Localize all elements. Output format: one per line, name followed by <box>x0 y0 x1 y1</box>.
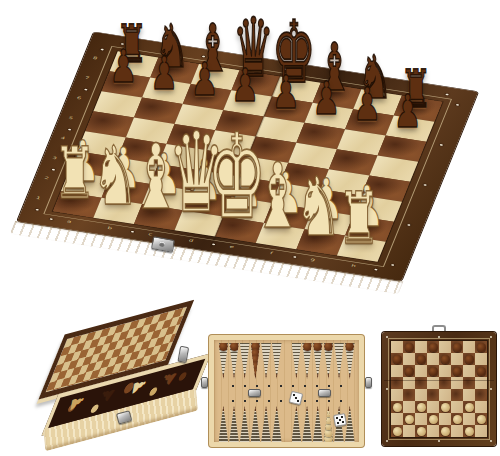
checkers-square <box>427 389 439 401</box>
hinge-icon <box>248 389 261 397</box>
checker-brown <box>303 342 312 351</box>
backgammon-point <box>261 343 271 379</box>
checkers-square <box>415 365 427 377</box>
rank-label: 7 <box>84 76 90 80</box>
checker-dark <box>393 355 402 364</box>
screw-dot <box>121 43 125 45</box>
backgammon-point <box>292 406 302 442</box>
screw-dot <box>131 231 135 233</box>
checkers-square <box>415 341 427 353</box>
screw-dot <box>445 93 449 95</box>
checker-brown <box>251 368 260 377</box>
file-label: e <box>229 245 235 249</box>
checkers-square <box>391 341 403 353</box>
rank-label: 8 <box>92 56 98 60</box>
checker-dark <box>453 367 462 376</box>
checker-light <box>405 415 414 424</box>
thumb-folded-box: ♟♟♟♟ <box>14 324 198 454</box>
checkers-square <box>475 365 487 377</box>
side-latch-icon <box>201 377 208 388</box>
screw-dot <box>52 169 56 171</box>
checkers-square <box>463 425 475 437</box>
screw-dot <box>100 49 104 51</box>
rank-label: 3 <box>52 156 58 160</box>
checkers-grid <box>391 341 487 437</box>
backgammon-point <box>261 406 271 442</box>
backgammon-point <box>324 406 334 442</box>
checkers-square <box>463 353 475 365</box>
checker-light <box>393 403 402 412</box>
screw-dot <box>68 129 72 131</box>
center-bar <box>282 406 291 442</box>
checkers-square <box>391 413 403 425</box>
stored-piece: ♟ <box>96 384 119 405</box>
screw-dot <box>35 209 39 211</box>
checker-dark <box>477 343 486 352</box>
checkers-square <box>475 413 487 425</box>
checkers-square <box>451 413 463 425</box>
checkers-square <box>415 389 427 401</box>
screw-dot <box>391 264 395 266</box>
screw-dot <box>364 81 368 83</box>
checker-dark <box>429 367 438 376</box>
backgammon-box <box>209 335 364 447</box>
checkers-square <box>391 425 403 437</box>
checker-light <box>465 403 474 412</box>
checkers-square <box>427 365 439 377</box>
backgammon-point <box>272 406 282 442</box>
screw-dot <box>374 269 378 271</box>
file-label: c <box>148 233 153 237</box>
checker-dark <box>429 343 438 352</box>
thumb-backgammon <box>199 319 374 453</box>
checkers-square <box>427 401 439 413</box>
file-label: f <box>269 251 273 255</box>
hinge-icon <box>318 389 331 397</box>
checkers-square <box>439 365 451 377</box>
checker-dark <box>405 367 414 376</box>
screw-dot <box>407 224 411 226</box>
checkers-square <box>451 353 463 365</box>
checkers-square <box>391 401 403 413</box>
main-chessboard: 8a7b6c5d4e3f2g1h <box>17 32 478 281</box>
checkers-square <box>403 389 415 401</box>
backgammon-point <box>292 343 302 379</box>
backgammon-points-top <box>218 343 355 379</box>
thumb-checkers <box>381 325 497 453</box>
checker-light <box>453 415 462 424</box>
checkers-square <box>427 425 439 437</box>
backgammon-point <box>313 406 323 442</box>
checkers-square <box>403 413 415 425</box>
dot-markers <box>222 383 351 387</box>
checkers-square <box>475 425 487 437</box>
checkers-square <box>463 401 475 413</box>
checker-dark <box>405 343 414 352</box>
checkers-square <box>451 389 463 401</box>
backgammon-point <box>302 406 312 442</box>
checkers-square <box>439 413 451 425</box>
rank-label: 4 <box>60 136 66 140</box>
checkers-square <box>415 353 427 365</box>
checker-light <box>417 403 426 412</box>
screw-dot <box>440 144 444 146</box>
file-label: h <box>351 264 357 268</box>
center-bar <box>282 343 291 379</box>
backgammon-point <box>240 343 250 379</box>
screw-dot <box>293 256 297 258</box>
checkers-square <box>439 353 451 365</box>
checker-dark <box>465 355 474 364</box>
checker-dark <box>477 367 486 376</box>
checkers-square <box>475 353 487 365</box>
rank-label: 6 <box>76 96 82 100</box>
backgammon-top-half <box>218 343 355 389</box>
backgammon-point <box>219 343 229 379</box>
file-label: g <box>310 258 316 262</box>
checkers-square <box>463 341 475 353</box>
checkers-square <box>427 353 439 365</box>
screw-dot <box>202 56 206 58</box>
checkers-square <box>403 425 415 437</box>
backgammon-point <box>229 343 239 379</box>
file-label: a <box>66 220 72 224</box>
screw-dots <box>386 336 388 338</box>
checker-light <box>393 427 402 436</box>
checker-light <box>417 427 426 436</box>
checkers-square <box>439 389 451 401</box>
backgammon-point <box>272 343 282 379</box>
backgammon-point <box>334 343 344 379</box>
screw-dot <box>49 218 53 220</box>
screw-dot <box>456 104 460 106</box>
checker-brown <box>345 342 354 351</box>
checkers-square <box>451 341 463 353</box>
die-icon <box>333 413 347 427</box>
backgammon-point <box>313 343 323 379</box>
checker-dark <box>417 355 426 364</box>
checkers-square <box>403 365 415 377</box>
backgammon-point <box>251 343 261 379</box>
checkers-square <box>403 353 415 365</box>
backgammon-point <box>240 406 250 442</box>
checker-brown <box>219 342 228 351</box>
product-photo-scene: 8a7b6c5d4e3f2g1h ♜♞♝♛♚♝♞♜♟♟♟♟♟♟♟♟♟♟♟♟♟♟♟… <box>0 0 500 456</box>
checkers-board <box>382 332 496 446</box>
stored-piece: ♟ <box>158 367 181 388</box>
checker-brown <box>313 342 322 351</box>
backgammon-point <box>219 406 229 442</box>
checkers-square <box>439 341 451 353</box>
rank-label: 1 <box>35 196 41 200</box>
checker-light <box>465 427 474 436</box>
checker-light <box>441 427 450 436</box>
backgammon-point <box>302 343 312 379</box>
fold-seam <box>384 380 494 381</box>
checkers-square <box>451 365 463 377</box>
checker-light <box>477 415 486 424</box>
checkers-square <box>451 425 463 437</box>
screw-dot <box>423 184 427 186</box>
checker-brown <box>230 342 239 351</box>
checker-cream <box>324 408 333 417</box>
checkers-square <box>439 401 451 413</box>
checkers-square <box>403 341 415 353</box>
screw-dot <box>212 243 216 245</box>
checker-dark <box>453 343 462 352</box>
checkers-square <box>391 365 403 377</box>
checkers-square <box>427 413 439 425</box>
checker-brown <box>324 342 333 351</box>
stored-piece: ♟ <box>129 374 149 398</box>
checker-light <box>429 415 438 424</box>
checkers-square <box>415 413 427 425</box>
side-latch-icon <box>365 377 372 388</box>
backgammon-point <box>251 406 261 442</box>
checkers-square <box>451 401 463 413</box>
backgammon-point <box>229 406 239 442</box>
screw-dot <box>283 68 287 70</box>
dot-markers <box>222 398 351 402</box>
file-label: b <box>107 226 113 230</box>
checkers-square <box>463 413 475 425</box>
checkers-square <box>391 353 403 365</box>
checkers-square <box>463 365 475 377</box>
backgammon-point <box>345 343 355 379</box>
checkers-square <box>439 425 451 437</box>
checkers-square <box>415 425 427 437</box>
checker-light <box>441 403 450 412</box>
checkers-square <box>403 401 415 413</box>
checkers-square <box>475 341 487 353</box>
stored-piece: ♟ <box>67 391 87 415</box>
rank-label: 5 <box>68 116 74 120</box>
checker-dark <box>441 355 450 364</box>
rank-label: 2 <box>44 176 50 180</box>
checkers-square <box>391 389 403 401</box>
checkers-square <box>427 341 439 353</box>
checkers-square <box>463 389 475 401</box>
checkers-square <box>475 389 487 401</box>
screw-dot <box>84 89 88 91</box>
checkers-square <box>475 401 487 413</box>
file-label: d <box>188 239 194 243</box>
backgammon-point <box>324 343 334 379</box>
checkers-square <box>415 401 427 413</box>
